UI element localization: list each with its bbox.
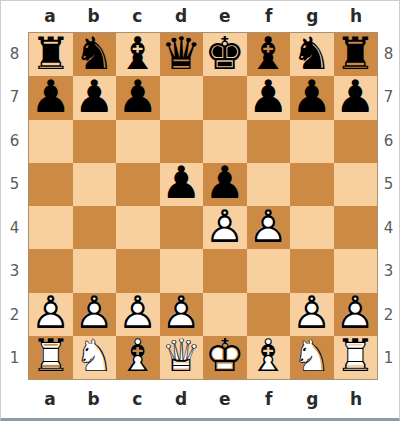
piece-black-pawn: ♟	[29, 76, 73, 119]
rank-label-1: 1	[378, 337, 399, 381]
piece-glyph-outline: ♙	[247, 206, 291, 249]
board-middle-strip: 8 7 6 5 4 3 2 1 ♜♞♝♛♚♝♞♜♟♟♟♟♟♟♟♟♟♙♟♙♟♙♟♙…	[1, 32, 399, 380]
rank-label-6: 6	[378, 119, 399, 163]
piece-glyph-outline: ♙	[203, 206, 247, 249]
square-e8[interactable]: ♚	[203, 33, 247, 76]
square-c1[interactable]: ♝♗	[116, 336, 160, 379]
piece-white-knight: ♞♘	[290, 336, 334, 379]
file-label-d: d	[159, 391, 203, 408]
file-label-h: h	[334, 391, 378, 408]
square-e1[interactable]: ♚♔	[203, 336, 247, 379]
piece-glyph-outline: ♘	[73, 336, 117, 379]
rank-label-4: 4	[378, 206, 399, 250]
piece-white-king: ♚♔	[203, 336, 247, 379]
square-h5[interactable]	[334, 163, 378, 206]
file-label-c: c	[116, 391, 160, 408]
chess-board-frame: a b c d e f g h 8 7 6 5 4 3 2 1 ♜♞♝♛♚♝♞♜…	[0, 0, 400, 421]
rank-label-2: 2	[1, 293, 28, 337]
square-h7[interactable]: ♟	[334, 76, 378, 119]
piece-glyph-fill: ♛	[160, 33, 204, 76]
square-d5[interactable]: ♟	[160, 163, 204, 206]
square-a7[interactable]: ♟	[29, 76, 73, 119]
square-h6[interactable]	[334, 120, 378, 163]
piece-white-rook: ♜♖	[29, 336, 73, 379]
square-a1[interactable]: ♜♖	[29, 336, 73, 379]
rank-label-5: 5	[378, 163, 399, 207]
piece-black-pawn: ♟	[73, 76, 117, 119]
square-f1[interactable]: ♝♗	[247, 336, 291, 379]
square-a4[interactable]	[29, 206, 73, 249]
piece-glyph-outline: ♗	[247, 336, 291, 379]
square-e4[interactable]: ♟♙	[203, 206, 247, 249]
square-e3[interactable]	[203, 249, 247, 292]
piece-white-rook: ♜♖	[334, 336, 378, 379]
square-f3[interactable]	[247, 249, 291, 292]
rank-label-5: 5	[1, 163, 28, 207]
file-label-h: h	[334, 8, 378, 25]
piece-black-pawn: ♟	[334, 76, 378, 119]
square-b7[interactable]: ♟	[73, 76, 117, 119]
piece-white-bishop: ♝♗	[247, 336, 291, 379]
square-f4[interactable]: ♟♙	[247, 206, 291, 249]
file-label-b: b	[72, 391, 116, 408]
rank-labels-left: 8 7 6 5 4 3 2 1	[1, 32, 28, 380]
rank-label-8: 8	[1, 32, 28, 76]
rank-label-3: 3	[1, 250, 28, 294]
piece-glyph-outline: ♘	[290, 336, 334, 379]
piece-glyph-outline: ♖	[29, 336, 73, 379]
file-label-g: g	[291, 8, 335, 25]
file-labels-bottom: a b c d e f g h	[1, 380, 399, 418]
square-h1[interactable]: ♜♖	[334, 336, 378, 379]
square-c7[interactable]: ♟	[116, 76, 160, 119]
file-label-e: e	[203, 391, 247, 408]
piece-glyph-fill: ♟	[334, 76, 378, 119]
square-d4[interactable]	[160, 206, 204, 249]
square-b1[interactable]: ♞♘	[73, 336, 117, 379]
piece-white-knight: ♞♘	[73, 336, 117, 379]
square-g4[interactable]	[290, 206, 334, 249]
piece-glyph-fill: ♟	[160, 163, 204, 206]
file-label-c: c	[116, 8, 160, 25]
piece-black-pawn: ♟	[116, 76, 160, 119]
piece-glyph-outline: ♖	[334, 336, 378, 379]
piece-black-pawn: ♟	[160, 163, 204, 206]
square-h4[interactable]	[334, 206, 378, 249]
file-label-a: a	[28, 391, 72, 408]
square-f6[interactable]	[247, 120, 291, 163]
square-g6[interactable]	[290, 120, 334, 163]
piece-glyph-outline: ♔	[203, 336, 247, 379]
rank-label-8: 8	[378, 32, 399, 76]
square-g5[interactable]	[290, 163, 334, 206]
rank-label-7: 7	[378, 76, 399, 120]
rank-label-1: 1	[1, 337, 28, 381]
piece-glyph-outline: ♗	[116, 336, 160, 379]
piece-black-king: ♚	[203, 33, 247, 76]
rank-label-7: 7	[1, 76, 28, 120]
piece-black-queen: ♛	[160, 33, 204, 76]
rank-labels-right: 8 7 6 5 4 3 2 1	[378, 32, 399, 380]
file-label-f: f	[247, 8, 291, 25]
piece-white-queen: ♛♕	[160, 336, 204, 379]
file-label-f: f	[247, 391, 291, 408]
piece-glyph-fill: ♟	[290, 76, 334, 119]
square-c6[interactable]	[116, 120, 160, 163]
piece-glyph-fill: ♟	[247, 76, 291, 119]
piece-glyph-fill: ♟	[73, 76, 117, 119]
square-b4[interactable]	[73, 206, 117, 249]
file-label-e: e	[203, 8, 247, 25]
file-label-g: g	[291, 391, 335, 408]
square-g7[interactable]: ♟	[290, 76, 334, 119]
square-d8[interactable]: ♛	[160, 33, 204, 76]
rank-label-2: 2	[378, 293, 399, 337]
rank-label-4: 4	[1, 206, 28, 250]
piece-glyph-fill: ♟	[116, 76, 160, 119]
piece-white-pawn: ♟♙	[247, 206, 291, 249]
file-label-a: a	[28, 8, 72, 25]
square-a5[interactable]	[29, 163, 73, 206]
square-e7[interactable]	[203, 76, 247, 119]
square-g1[interactable]: ♞♘	[290, 336, 334, 379]
rank-label-3: 3	[378, 250, 399, 294]
square-f7[interactable]: ♟	[247, 76, 291, 119]
piece-white-bishop: ♝♗	[116, 336, 160, 379]
square-d7[interactable]	[160, 76, 204, 119]
file-label-b: b	[72, 8, 116, 25]
square-d1[interactable]: ♛♕	[160, 336, 204, 379]
rank-label-6: 6	[1, 119, 28, 163]
square-b6[interactable]	[73, 120, 117, 163]
file-label-d: d	[159, 8, 203, 25]
piece-white-pawn: ♟♙	[203, 206, 247, 249]
square-a6[interactable]	[29, 120, 73, 163]
piece-glyph-fill: ♟	[29, 76, 73, 119]
piece-glyph-fill: ♚	[203, 33, 247, 76]
square-c4[interactable]	[116, 206, 160, 249]
piece-black-pawn: ♟	[247, 76, 291, 119]
square-b5[interactable]	[73, 163, 117, 206]
square-c5[interactable]	[116, 163, 160, 206]
piece-black-pawn: ♟	[290, 76, 334, 119]
chess-board: ♜♞♝♛♚♝♞♜♟♟♟♟♟♟♟♟♟♙♟♙♟♙♟♙♟♙♟♙♟♙♟♙♜♖♞♘♝♗♛♕…	[28, 32, 378, 380]
piece-glyph-outline: ♕	[160, 336, 204, 379]
